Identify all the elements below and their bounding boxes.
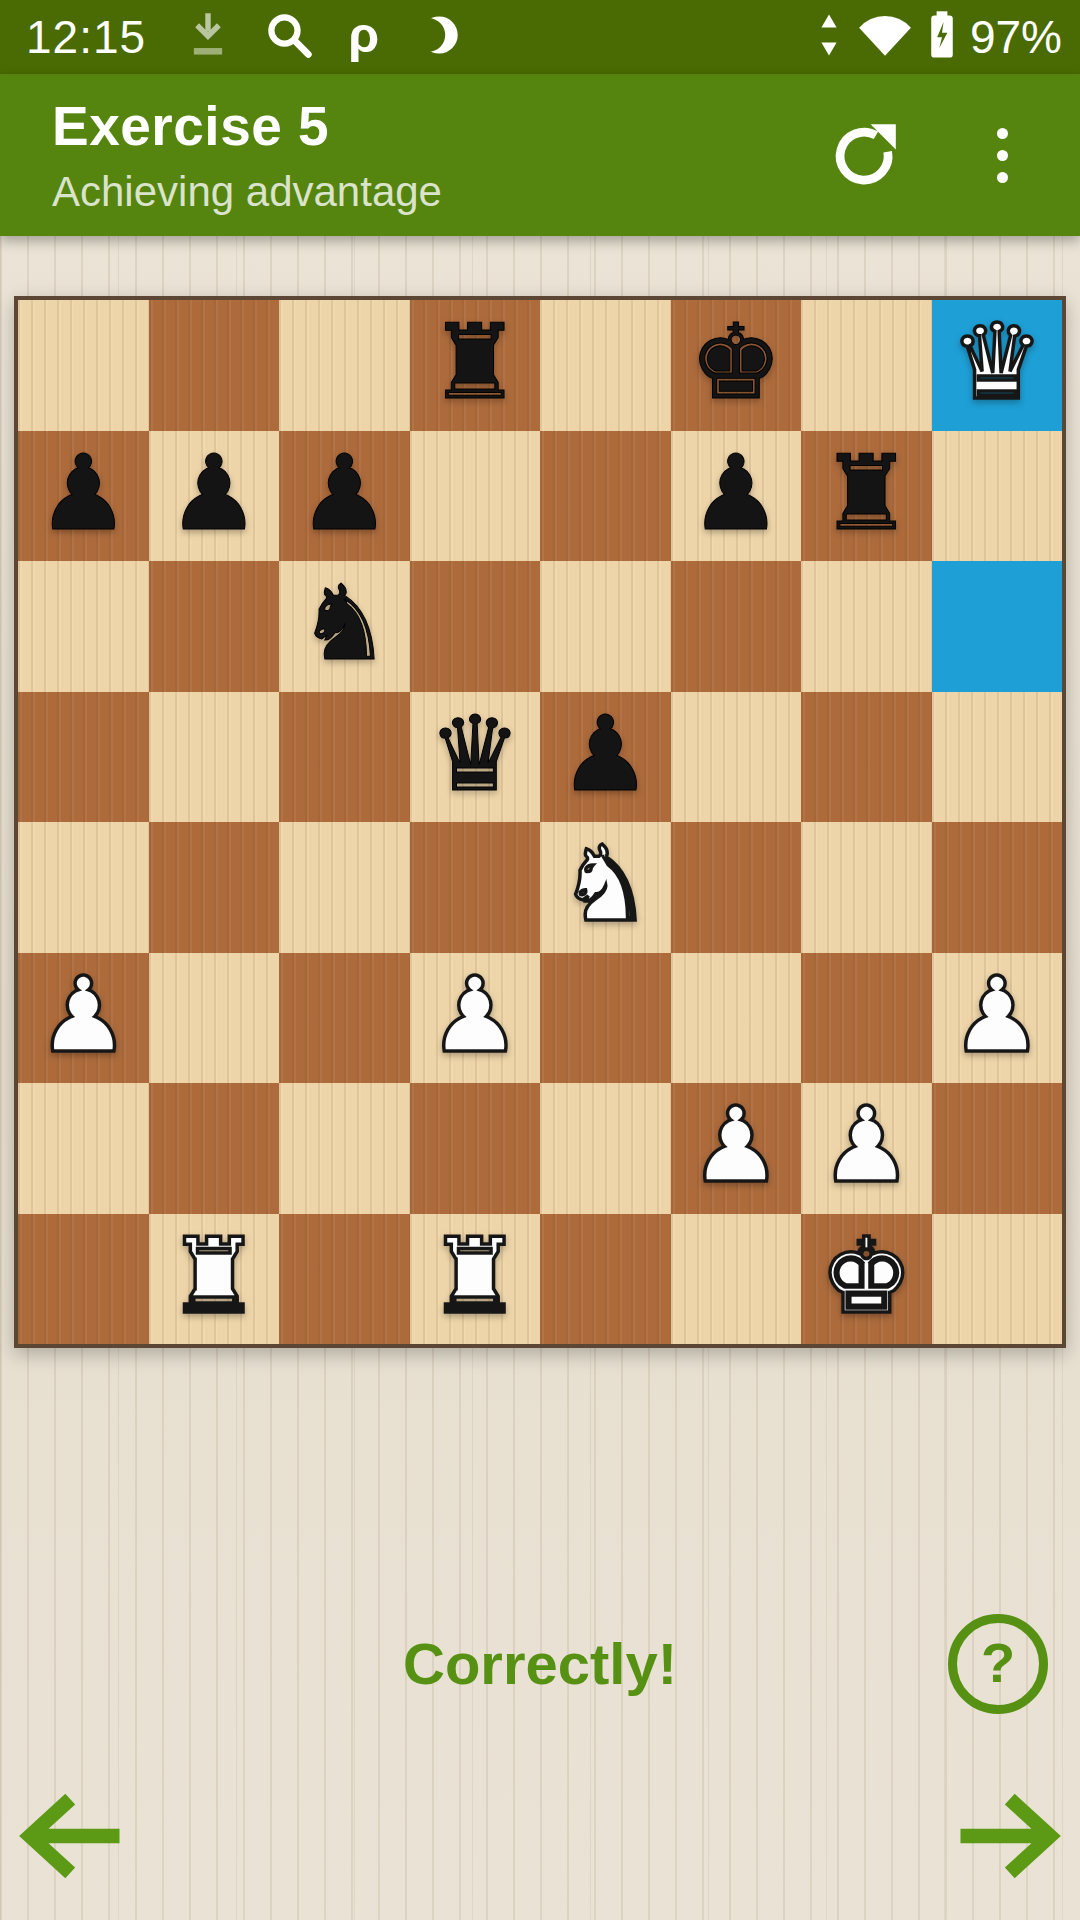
battery-charging-icon — [928, 10, 956, 64]
black-pawn[interactable]: ♟ — [298, 441, 391, 545]
square-a8[interactable] — [18, 300, 149, 431]
square-b7[interactable]: ♟ — [149, 431, 280, 562]
square-a4[interactable] — [18, 822, 149, 953]
square-c8[interactable] — [279, 300, 410, 431]
square-d6[interactable] — [410, 561, 541, 692]
moon-icon — [413, 11, 461, 63]
download-icon — [186, 10, 230, 64]
black-king[interactable]: ♚ — [689, 310, 782, 414]
square-c1[interactable] — [279, 1214, 410, 1345]
overflow-menu-button[interactable] — [964, 117, 1040, 193]
feedback-message: Correctly! — [0, 1630, 1080, 1697]
square-e1[interactable] — [540, 1214, 671, 1345]
square-e3[interactable] — [540, 953, 671, 1084]
right-arrow-icon — [956, 1780, 1068, 1892]
square-b6[interactable] — [149, 561, 280, 692]
square-g1[interactable]: ♚ — [801, 1214, 932, 1345]
black-pawn[interactable]: ♟ — [559, 702, 652, 806]
chess-board-frame: ♜♚♛♟♟♟♟♜♞♛♟♞♟♟♟♟♟♜♜♚ — [14, 296, 1066, 1348]
square-d2[interactable] — [410, 1083, 541, 1214]
left-arrow-icon — [12, 1780, 124, 1892]
square-b2[interactable] — [149, 1083, 280, 1214]
white-queen[interactable]: ♛ — [950, 310, 1043, 414]
app-bar-titles: Exercise 5 Achieving advantage — [52, 94, 442, 216]
square-h5[interactable] — [932, 692, 1063, 823]
square-h4[interactable] — [932, 822, 1063, 953]
square-h3[interactable]: ♟ — [932, 953, 1063, 1084]
system-icons: 97% — [816, 10, 1062, 64]
white-knight[interactable]: ♞ — [559, 832, 652, 936]
black-knight[interactable]: ♞ — [298, 571, 391, 675]
notification-icons: ρ — [186, 10, 461, 64]
white-king[interactable]: ♚ — [820, 1224, 913, 1328]
black-queen[interactable]: ♛ — [428, 702, 521, 806]
square-d1[interactable]: ♜ — [410, 1214, 541, 1345]
square-e5[interactable]: ♟ — [540, 692, 671, 823]
question-mark-icon: ? — [981, 1630, 1015, 1695]
square-g4[interactable] — [801, 822, 932, 953]
square-f4[interactable] — [671, 822, 802, 953]
black-rook[interactable]: ♜ — [820, 441, 913, 545]
black-pawn[interactable]: ♟ — [689, 441, 782, 545]
black-pawn[interactable]: ♟ — [167, 441, 260, 545]
square-a6[interactable] — [18, 561, 149, 692]
search-icon — [264, 10, 314, 64]
square-d3[interactable]: ♟ — [410, 953, 541, 1084]
square-g8[interactable] — [801, 300, 932, 431]
page-title: Exercise 5 — [52, 94, 442, 158]
previous-exercise-button[interactable] — [12, 1780, 124, 1892]
square-b8[interactable] — [149, 300, 280, 431]
square-d5[interactable]: ♛ — [410, 692, 541, 823]
white-pawn[interactable]: ♟ — [950, 963, 1043, 1067]
square-g3[interactable] — [801, 953, 932, 1084]
app-screen: 12:15 ρ — [0, 0, 1080, 1920]
square-a5[interactable] — [18, 692, 149, 823]
refresh-icon — [828, 117, 900, 193]
square-b1[interactable]: ♜ — [149, 1214, 280, 1345]
square-h6[interactable] — [932, 561, 1063, 692]
battery-percent: 97% — [970, 10, 1062, 64]
square-b3[interactable] — [149, 953, 280, 1084]
square-f7[interactable]: ♟ — [671, 431, 802, 562]
square-g5[interactable] — [801, 692, 932, 823]
white-pawn[interactable]: ♟ — [428, 963, 521, 1067]
square-h7[interactable] — [932, 431, 1063, 562]
clock: 12:15 — [26, 10, 146, 64]
app-bar: Exercise 5 Achieving advantage — [0, 74, 1080, 236]
network-updown-icon — [816, 11, 842, 63]
status-bar: 12:15 ρ — [0, 0, 1080, 74]
square-a3[interactable]: ♟ — [18, 953, 149, 1084]
square-c2[interactable] — [279, 1083, 410, 1214]
white-rook[interactable]: ♜ — [428, 1224, 521, 1328]
page-subtitle: Achieving advantage — [52, 168, 442, 216]
white-pawn[interactable]: ♟ — [689, 1093, 782, 1197]
white-pawn[interactable]: ♟ — [37, 963, 130, 1067]
square-d8[interactable]: ♜ — [410, 300, 541, 431]
square-f6[interactable] — [671, 561, 802, 692]
square-f8[interactable]: ♚ — [671, 300, 802, 431]
square-e6[interactable] — [540, 561, 671, 692]
square-c5[interactable] — [279, 692, 410, 823]
black-rook[interactable]: ♜ — [428, 310, 521, 414]
wifi-icon — [856, 12, 914, 62]
square-c3[interactable] — [279, 953, 410, 1084]
overflow-menu-icon — [997, 128, 1008, 183]
square-f3[interactable] — [671, 953, 802, 1084]
square-c6[interactable]: ♞ — [279, 561, 410, 692]
square-g2[interactable]: ♟ — [801, 1083, 932, 1214]
white-pawn[interactable]: ♟ — [820, 1093, 913, 1197]
square-d7[interactable] — [410, 431, 541, 562]
square-f1[interactable] — [671, 1214, 802, 1345]
square-h1[interactable] — [932, 1214, 1063, 1345]
rho-icon: ρ — [348, 10, 379, 60]
square-b4[interactable] — [149, 822, 280, 953]
next-exercise-button[interactable] — [956, 1780, 1068, 1892]
square-e2[interactable] — [540, 1083, 671, 1214]
square-d4[interactable] — [410, 822, 541, 953]
black-pawn[interactable]: ♟ — [37, 441, 130, 545]
refresh-button[interactable] — [826, 117, 902, 193]
square-b5[interactable] — [149, 692, 280, 823]
square-h8[interactable]: ♛ — [932, 300, 1063, 431]
square-e4[interactable]: ♞ — [540, 822, 671, 953]
square-g7[interactable]: ♜ — [801, 431, 932, 562]
square-f2[interactable]: ♟ — [671, 1083, 802, 1214]
chess-board[interactable]: ♜♚♛♟♟♟♟♜♞♛♟♞♟♟♟♟♟♜♜♚ — [18, 300, 1062, 1344]
square-c4[interactable] — [279, 822, 410, 953]
square-e8[interactable] — [540, 300, 671, 431]
square-a2[interactable] — [18, 1083, 149, 1214]
square-h2[interactable] — [932, 1083, 1063, 1214]
square-c7[interactable]: ♟ — [279, 431, 410, 562]
square-g6[interactable] — [801, 561, 932, 692]
square-f5[interactable] — [671, 692, 802, 823]
help-button[interactable]: ? — [948, 1614, 1048, 1714]
square-a7[interactable]: ♟ — [18, 431, 149, 562]
square-a1[interactable] — [18, 1214, 149, 1345]
white-rook[interactable]: ♜ — [167, 1224, 260, 1328]
square-e7[interactable] — [540, 431, 671, 562]
